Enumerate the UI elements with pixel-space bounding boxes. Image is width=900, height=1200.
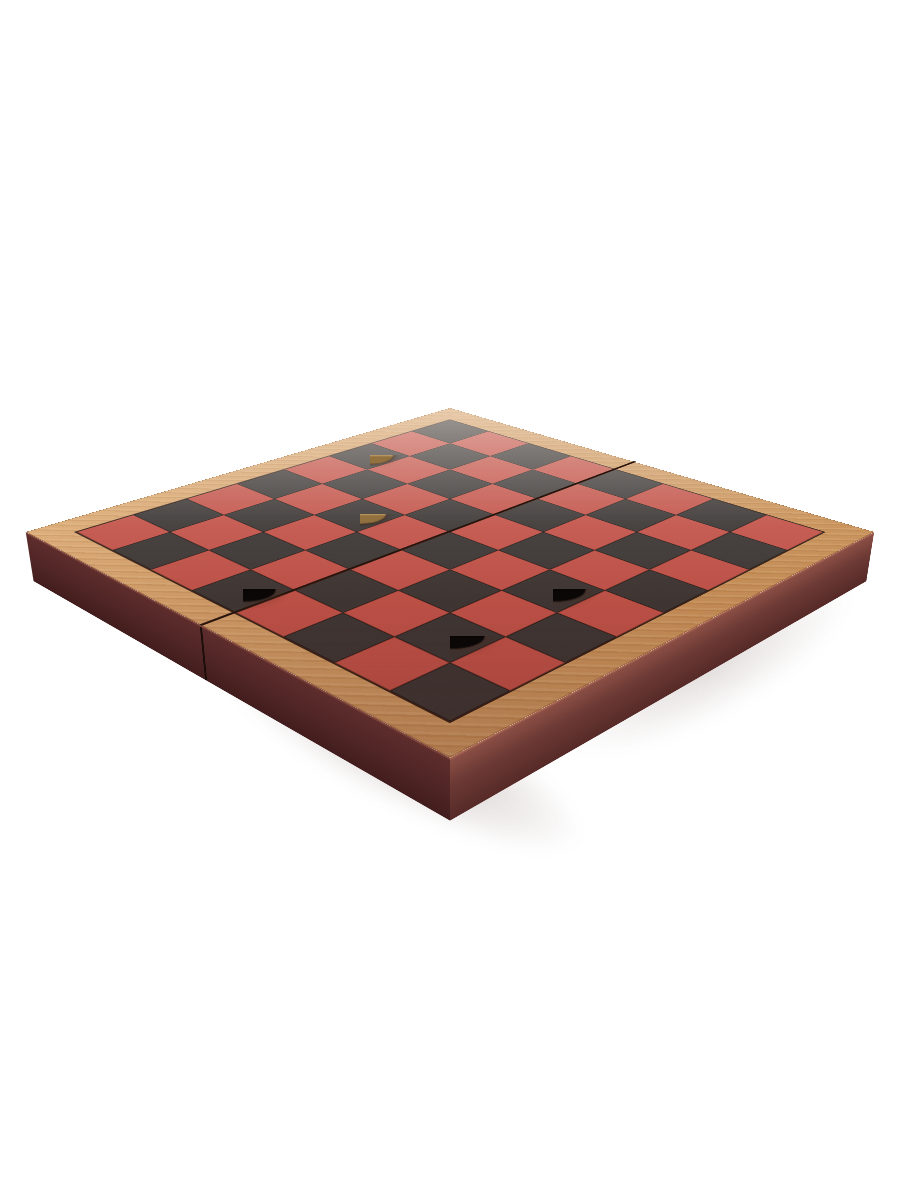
product-photo-stage: ⛂⛂⛀⛀⛀ (0, 0, 900, 1200)
piece-top (346, 436, 393, 452)
concentric-grooves (521, 562, 585, 585)
concentric-grooves (211, 562, 275, 585)
piece-top (521, 562, 585, 585)
piece-top (333, 493, 385, 511)
scene: ⛂⛂⛀⛀⛀ (0, 0, 900, 1200)
checkerboard-field (77, 420, 824, 721)
fold-seam-side (200, 627, 207, 681)
checkers-board-3d: ⛂⛂⛀⛀⛀ (26, 408, 875, 758)
board-top: ⛂⛂⛀⛀⛀ (26, 408, 875, 758)
piece-top (415, 606, 484, 631)
piece-top (211, 562, 275, 585)
concentric-grooves (415, 606, 484, 631)
